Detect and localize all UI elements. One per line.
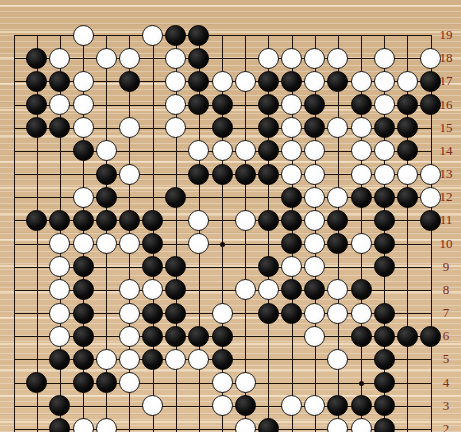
black-stone[interactable] xyxy=(73,140,94,161)
black-stone[interactable] xyxy=(49,395,70,416)
row-label-11: 11 xyxy=(433,213,459,227)
white-stone[interactable] xyxy=(397,71,418,92)
black-stone[interactable] xyxy=(188,71,209,92)
white-stone[interactable] xyxy=(374,48,395,69)
white-stone[interactable] xyxy=(327,303,348,324)
black-stone[interactable] xyxy=(374,187,395,208)
black-stone[interactable] xyxy=(258,140,279,161)
row-label-9: 9 xyxy=(433,260,459,274)
row-label-17: 17 xyxy=(433,74,459,88)
black-stone[interactable] xyxy=(73,256,94,277)
black-stone[interactable] xyxy=(258,94,279,115)
white-stone[interactable] xyxy=(281,140,302,161)
black-stone[interactable] xyxy=(374,372,395,393)
white-stone[interactable] xyxy=(212,303,233,324)
white-stone[interactable] xyxy=(212,71,233,92)
black-stone[interactable] xyxy=(281,187,302,208)
black-stone[interactable] xyxy=(212,349,233,370)
black-stone[interactable] xyxy=(281,233,302,254)
black-stone[interactable] xyxy=(49,210,70,231)
white-stone[interactable] xyxy=(165,94,186,115)
white-stone[interactable] xyxy=(351,71,372,92)
black-stone[interactable] xyxy=(49,117,70,138)
black-stone[interactable] xyxy=(119,210,140,231)
black-stone[interactable] xyxy=(327,233,348,254)
black-stone[interactable] xyxy=(49,418,70,432)
black-stone[interactable] xyxy=(188,25,209,46)
white-stone[interactable] xyxy=(374,164,395,185)
white-stone[interactable] xyxy=(188,233,209,254)
black-stone[interactable] xyxy=(351,187,372,208)
black-stone[interactable] xyxy=(212,94,233,115)
white-stone[interactable] xyxy=(304,256,325,277)
black-stone[interactable] xyxy=(327,71,348,92)
white-stone[interactable] xyxy=(165,117,186,138)
white-stone[interactable] xyxy=(327,418,348,432)
white-stone[interactable] xyxy=(327,349,348,370)
black-stone[interactable] xyxy=(96,372,117,393)
grid-line-vertical xyxy=(14,35,15,432)
grid-line-horizontal xyxy=(14,58,432,59)
white-stone[interactable] xyxy=(235,279,256,300)
black-stone[interactable] xyxy=(26,372,47,393)
black-stone[interactable] xyxy=(235,164,256,185)
white-stone[interactable] xyxy=(351,117,372,138)
black-stone[interactable] xyxy=(49,71,70,92)
black-stone[interactable] xyxy=(281,303,302,324)
white-stone[interactable] xyxy=(142,279,163,300)
white-stone[interactable] xyxy=(49,94,70,115)
white-stone[interactable] xyxy=(165,71,186,92)
white-stone[interactable] xyxy=(374,140,395,161)
black-stone[interactable] xyxy=(258,303,279,324)
black-stone[interactable] xyxy=(96,187,117,208)
row-label-18: 18 xyxy=(433,51,459,65)
white-stone[interactable] xyxy=(119,372,140,393)
white-stone[interactable] xyxy=(119,349,140,370)
black-stone[interactable] xyxy=(212,117,233,138)
black-stone[interactable] xyxy=(142,210,163,231)
black-stone[interactable] xyxy=(26,94,47,115)
black-stone[interactable] xyxy=(165,303,186,324)
white-stone[interactable] xyxy=(327,117,348,138)
white-stone[interactable] xyxy=(49,279,70,300)
white-stone[interactable] xyxy=(258,48,279,69)
white-stone[interactable] xyxy=(281,48,302,69)
white-stone[interactable] xyxy=(235,210,256,231)
white-stone[interactable] xyxy=(96,233,117,254)
row-label-13: 13 xyxy=(433,167,459,181)
white-stone[interactable] xyxy=(235,140,256,161)
star-point xyxy=(220,242,225,247)
white-stone[interactable] xyxy=(235,372,256,393)
black-stone[interactable] xyxy=(374,117,395,138)
black-stone[interactable] xyxy=(165,279,186,300)
row-label-12: 12 xyxy=(433,190,459,204)
white-stone[interactable] xyxy=(304,164,325,185)
black-stone[interactable] xyxy=(73,210,94,231)
black-stone[interactable] xyxy=(304,279,325,300)
white-stone[interactable] xyxy=(327,48,348,69)
white-stone[interactable] xyxy=(96,48,117,69)
row-label-6: 6 xyxy=(433,329,459,343)
white-stone[interactable] xyxy=(212,395,233,416)
black-stone[interactable] xyxy=(142,303,163,324)
white-stone[interactable] xyxy=(281,164,302,185)
white-stone[interactable] xyxy=(351,164,372,185)
row-label-2: 2 xyxy=(433,422,459,432)
black-stone[interactable] xyxy=(374,326,395,347)
white-stone[interactable] xyxy=(142,25,163,46)
black-stone[interactable] xyxy=(258,117,279,138)
white-stone[interactable] xyxy=(351,233,372,254)
white-stone[interactable] xyxy=(119,303,140,324)
white-stone[interactable] xyxy=(49,326,70,347)
row-label-15: 15 xyxy=(433,121,459,135)
white-stone[interactable] xyxy=(397,164,418,185)
black-stone[interactable] xyxy=(281,210,302,231)
black-stone[interactable] xyxy=(142,349,163,370)
black-stone[interactable] xyxy=(188,326,209,347)
black-stone[interactable] xyxy=(165,25,186,46)
black-stone[interactable] xyxy=(327,210,348,231)
white-stone[interactable] xyxy=(281,117,302,138)
white-stone[interactable] xyxy=(119,164,140,185)
white-stone[interactable] xyxy=(49,256,70,277)
white-stone[interactable] xyxy=(327,187,348,208)
white-stone[interactable] xyxy=(73,94,94,115)
white-stone[interactable] xyxy=(165,349,186,370)
white-stone[interactable] xyxy=(304,71,325,92)
white-stone[interactable] xyxy=(96,140,117,161)
white-stone[interactable] xyxy=(96,349,117,370)
row-label-16: 16 xyxy=(433,98,459,112)
white-stone[interactable] xyxy=(73,418,94,432)
black-stone[interactable] xyxy=(374,256,395,277)
white-stone[interactable] xyxy=(165,48,186,69)
black-stone[interactable] xyxy=(374,303,395,324)
black-stone[interactable] xyxy=(351,395,372,416)
white-stone[interactable] xyxy=(73,233,94,254)
black-stone[interactable] xyxy=(235,395,256,416)
row-label-14: 14 xyxy=(433,144,459,158)
black-stone[interactable] xyxy=(397,187,418,208)
black-stone[interactable] xyxy=(258,210,279,231)
white-stone[interactable] xyxy=(327,279,348,300)
black-stone[interactable] xyxy=(73,303,94,324)
black-stone[interactable] xyxy=(374,349,395,370)
black-stone[interactable] xyxy=(397,326,418,347)
white-stone[interactable] xyxy=(304,187,325,208)
black-stone[interactable] xyxy=(374,395,395,416)
white-stone[interactable] xyxy=(119,279,140,300)
go-board[interactable]: 1918171615141312111098765432 xyxy=(0,0,461,432)
white-stone[interactable] xyxy=(304,233,325,254)
black-stone[interactable] xyxy=(374,418,395,432)
black-stone[interactable] xyxy=(188,164,209,185)
black-stone[interactable] xyxy=(258,418,279,432)
black-stone[interactable] xyxy=(327,395,348,416)
black-stone[interactable] xyxy=(49,349,70,370)
white-stone[interactable] xyxy=(73,25,94,46)
black-stone[interactable] xyxy=(304,117,325,138)
black-stone[interactable] xyxy=(304,94,325,115)
white-stone[interactable] xyxy=(188,140,209,161)
black-stone[interactable] xyxy=(142,233,163,254)
black-stone[interactable] xyxy=(281,71,302,92)
white-stone[interactable] xyxy=(304,140,325,161)
white-stone[interactable] xyxy=(258,279,279,300)
white-stone[interactable] xyxy=(119,48,140,69)
white-stone[interactable] xyxy=(73,187,94,208)
white-stone[interactable] xyxy=(351,140,372,161)
black-stone[interactable] xyxy=(374,233,395,254)
black-stone[interactable] xyxy=(212,326,233,347)
white-stone[interactable] xyxy=(73,71,94,92)
black-stone[interactable] xyxy=(281,279,302,300)
row-label-7: 7 xyxy=(433,306,459,320)
white-stone[interactable] xyxy=(374,71,395,92)
black-stone[interactable] xyxy=(96,164,117,185)
black-stone[interactable] xyxy=(119,71,140,92)
white-stone[interactable] xyxy=(212,372,233,393)
white-stone[interactable] xyxy=(304,326,325,347)
row-label-5: 5 xyxy=(433,352,459,366)
black-stone[interactable] xyxy=(397,94,418,115)
black-stone[interactable] xyxy=(96,210,117,231)
black-stone[interactable] xyxy=(258,71,279,92)
row-label-8: 8 xyxy=(433,283,459,297)
black-stone[interactable] xyxy=(142,326,163,347)
black-stone[interactable] xyxy=(258,256,279,277)
black-stone[interactable] xyxy=(188,48,209,69)
white-stone[interactable] xyxy=(119,326,140,347)
white-stone[interactable] xyxy=(119,117,140,138)
white-stone[interactable] xyxy=(374,94,395,115)
black-stone[interactable] xyxy=(188,94,209,115)
row-label-10: 10 xyxy=(433,237,459,251)
white-stone[interactable] xyxy=(304,303,325,324)
white-stone[interactable] xyxy=(304,48,325,69)
black-stone[interactable] xyxy=(73,326,94,347)
white-stone[interactable] xyxy=(188,349,209,370)
black-stone[interactable] xyxy=(26,71,47,92)
white-stone[interactable] xyxy=(73,117,94,138)
row-label-19: 19 xyxy=(433,28,459,42)
white-stone[interactable] xyxy=(235,418,256,432)
black-stone[interactable] xyxy=(73,372,94,393)
white-stone[interactable] xyxy=(281,395,302,416)
black-stone[interactable] xyxy=(26,210,47,231)
white-stone[interactable] xyxy=(304,210,325,231)
row-label-4: 4 xyxy=(433,376,459,390)
black-stone[interactable] xyxy=(351,94,372,115)
white-stone[interactable] xyxy=(119,233,140,254)
black-stone[interactable] xyxy=(165,256,186,277)
white-stone[interactable] xyxy=(96,418,117,432)
white-stone[interactable] xyxy=(281,256,302,277)
black-stone[interactable] xyxy=(351,326,372,347)
black-stone[interactable] xyxy=(212,164,233,185)
black-stone[interactable] xyxy=(73,349,94,370)
white-stone[interactable] xyxy=(351,418,372,432)
black-stone[interactable] xyxy=(351,279,372,300)
white-stone[interactable] xyxy=(235,71,256,92)
black-stone[interactable] xyxy=(26,48,47,69)
white-stone[interactable] xyxy=(188,210,209,231)
white-stone[interactable] xyxy=(304,395,325,416)
white-stone[interactable] xyxy=(49,303,70,324)
white-stone[interactable] xyxy=(142,395,163,416)
white-stone[interactable] xyxy=(351,303,372,324)
white-stone[interactable] xyxy=(49,48,70,69)
row-label-3: 3 xyxy=(433,399,459,413)
black-stone[interactable] xyxy=(73,279,94,300)
black-stone[interactable] xyxy=(374,210,395,231)
white-stone[interactable] xyxy=(281,94,302,115)
star-point xyxy=(359,381,364,386)
black-stone[interactable] xyxy=(26,117,47,138)
black-stone[interactable] xyxy=(397,117,418,138)
white-stone[interactable] xyxy=(49,233,70,254)
black-stone[interactable] xyxy=(258,164,279,185)
white-stone[interactable] xyxy=(212,140,233,161)
black-stone[interactable] xyxy=(165,187,186,208)
black-stone[interactable] xyxy=(397,140,418,161)
black-stone[interactable] xyxy=(165,326,186,347)
black-stone[interactable] xyxy=(142,256,163,277)
